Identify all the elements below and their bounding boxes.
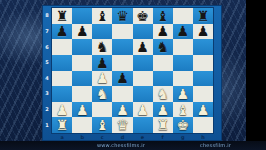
piece-white-rook: ♜ [56, 118, 69, 132]
rank-label-8: 8 [42, 8, 52, 24]
file-labels: abcdefgh [52, 133, 213, 141]
square-h3[interactable] [193, 86, 213, 102]
square-d5[interactable] [112, 55, 132, 71]
square-g6[interactable] [173, 39, 193, 55]
file-label-e: e [133, 133, 153, 141]
square-c7[interactable] [92, 24, 112, 40]
piece-white-pawn: ♟ [177, 87, 190, 101]
rank-label-7: 7 [42, 24, 52, 40]
square-a1[interactable]: ♜ [52, 117, 72, 133]
square-c8[interactable]: ♝ [92, 8, 112, 24]
square-b3[interactable] [72, 86, 92, 102]
square-e1[interactable] [133, 117, 153, 133]
piece-black-bishop: ♝ [96, 9, 109, 23]
square-h1[interactable] [193, 117, 213, 133]
square-a2[interactable]: ♟ [52, 102, 72, 118]
piece-white-pawn: ♟ [116, 103, 129, 117]
square-d4[interactable]: ♟ [112, 71, 132, 87]
piece-black-rook: ♜ [56, 9, 69, 23]
square-e6[interactable]: ♟ [133, 39, 153, 55]
rank-label-6: 6 [42, 39, 52, 55]
square-a4[interactable] [52, 71, 72, 87]
square-g8[interactable] [173, 8, 193, 24]
square-e4[interactable] [133, 71, 153, 87]
rank-label-4: 4 [42, 71, 52, 87]
square-g5[interactable] [173, 55, 193, 71]
piece-black-king: ♚ [136, 9, 149, 23]
square-b1[interactable] [72, 117, 92, 133]
square-e8[interactable]: ♚ [133, 8, 153, 24]
rank-label-1: 1 [42, 117, 52, 133]
square-f7[interactable]: ♟ [153, 24, 173, 40]
square-a5[interactable] [52, 55, 72, 71]
square-f5[interactable] [153, 55, 173, 71]
piece-black-pawn: ♟ [116, 71, 129, 85]
piece-white-knight: ♞ [96, 87, 109, 101]
piece-black-pawn: ♟ [96, 56, 109, 70]
square-c2[interactable] [92, 102, 112, 118]
square-g4[interactable] [173, 71, 193, 87]
piece-black-pawn: ♟ [156, 24, 169, 38]
video-frame: 87654321 ♜♝♛♚♝♜♟♟♟♟♟♞♟♞♟♟♟♞♞♟♟♟♟♟♟♝♟♜♝♛♜… [0, 0, 266, 150]
piece-white-bishop: ♝ [177, 103, 190, 117]
piece-black-rook: ♜ [197, 9, 210, 23]
watermark-center: www.chessfilms.ir [97, 142, 145, 149]
file-label-c: c [92, 133, 112, 141]
square-h2[interactable]: ♟ [193, 102, 213, 118]
piece-white-pawn: ♟ [197, 103, 210, 117]
square-g3[interactable]: ♟ [173, 86, 193, 102]
piece-white-pawn: ♟ [76, 103, 89, 117]
chess-board-frame: 87654321 ♜♝♛♚♝♜♟♟♟♟♟♞♟♞♟♟♟♞♞♟♟♟♟♟♟♝♟♜♝♛♜… [42, 5, 222, 141]
square-d1[interactable]: ♛ [112, 117, 132, 133]
piece-white-pawn: ♟ [96, 71, 109, 85]
square-b7[interactable]: ♟ [72, 24, 92, 40]
piece-black-knight: ♞ [156, 40, 169, 54]
bottom-bar: www.chessfilms.ir chessfilm.ir [0, 141, 266, 150]
square-a3[interactable] [52, 86, 72, 102]
piece-black-pawn: ♟ [56, 24, 69, 38]
rank-labels: 87654321 [42, 8, 52, 133]
square-e2[interactable]: ♟ [133, 102, 153, 118]
square-e7[interactable] [133, 24, 153, 40]
file-label-a: a [52, 133, 72, 141]
square-a6[interactable] [52, 39, 72, 55]
piece-black-knight: ♞ [96, 40, 109, 54]
rank-label-5: 5 [42, 55, 52, 71]
piece-white-king: ♚ [177, 118, 190, 132]
square-f2[interactable]: ♟ [153, 102, 173, 118]
file-label-h: h [193, 133, 213, 141]
square-f1[interactable]: ♜ [153, 117, 173, 133]
square-b6[interactable] [72, 39, 92, 55]
square-h6[interactable] [193, 39, 213, 55]
piece-white-pawn: ♟ [136, 103, 149, 117]
file-label-f: f [153, 133, 173, 141]
square-c4[interactable]: ♟ [92, 71, 112, 87]
piece-white-pawn: ♟ [156, 103, 169, 117]
square-b5[interactable] [72, 55, 92, 71]
square-g7[interactable]: ♟ [173, 24, 193, 40]
square-c1[interactable]: ♝ [92, 117, 112, 133]
square-h8[interactable]: ♜ [193, 8, 213, 24]
square-e5[interactable] [133, 55, 153, 71]
piece-white-knight: ♞ [156, 87, 169, 101]
square-b2[interactable]: ♟ [72, 102, 92, 118]
square-h5[interactable] [193, 55, 213, 71]
square-d7[interactable] [112, 24, 132, 40]
square-h7[interactable]: ♟ [193, 24, 213, 40]
square-b8[interactable] [72, 8, 92, 24]
file-label-d: d [112, 133, 132, 141]
square-c6[interactable]: ♞ [92, 39, 112, 55]
piece-black-pawn: ♟ [76, 24, 89, 38]
square-d3[interactable] [112, 86, 132, 102]
board: ♜♝♛♚♝♜♟♟♟♟♟♞♟♞♟♟♟♞♞♟♟♟♟♟♟♝♟♜♝♛♜♚ [52, 8, 213, 133]
square-d6[interactable] [112, 39, 132, 55]
file-label-g: g [173, 133, 193, 141]
square-d2[interactable]: ♟ [112, 102, 132, 118]
square-f3[interactable]: ♞ [153, 86, 173, 102]
square-a8[interactable]: ♜ [52, 8, 72, 24]
square-e3[interactable] [133, 86, 153, 102]
square-f6[interactable]: ♞ [153, 39, 173, 55]
file-label-b: b [72, 133, 92, 141]
watermark-right: chessfilm.ir [200, 142, 231, 149]
rank-label-3: 3 [42, 86, 52, 102]
square-f8[interactable]: ♝ [153, 8, 173, 24]
piece-white-queen: ♛ [116, 118, 129, 132]
square-g2[interactable]: ♝ [173, 102, 193, 118]
piece-black-bishop: ♝ [156, 9, 169, 23]
piece-black-pawn: ♟ [197, 24, 210, 38]
piece-white-rook: ♜ [156, 118, 169, 132]
square-f4[interactable] [153, 71, 173, 87]
square-b4[interactable] [72, 71, 92, 87]
rank-label-2: 2 [42, 102, 52, 118]
piece-white-pawn: ♟ [56, 103, 69, 117]
piece-black-queen: ♛ [116, 9, 129, 23]
square-c5[interactable]: ♟ [92, 55, 112, 71]
square-a7[interactable]: ♟ [52, 24, 72, 40]
piece-white-bishop: ♝ [96, 118, 109, 132]
piece-black-pawn: ♟ [177, 24, 190, 38]
square-c3[interactable]: ♞ [92, 86, 112, 102]
square-d8[interactable]: ♛ [112, 8, 132, 24]
square-g1[interactable]: ♚ [173, 117, 193, 133]
piece-black-pawn: ♟ [136, 40, 149, 54]
square-h4[interactable] [193, 71, 213, 87]
